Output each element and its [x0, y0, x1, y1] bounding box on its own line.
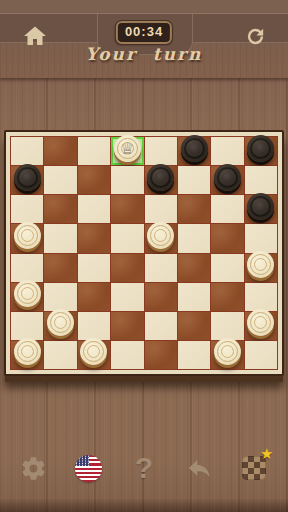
square-r4c1[interactable]	[44, 254, 76, 282]
white-man-piece[interactable]	[147, 222, 174, 249]
black-man-piece[interactable]	[147, 164, 174, 191]
black-man-piece[interactable]	[247, 193, 274, 220]
square-r6c3[interactable]	[111, 312, 143, 340]
square-r6c0[interactable]	[11, 312, 43, 340]
star-icon: ★	[260, 446, 273, 461]
question-mark-icon: ?	[135, 453, 153, 483]
square-r6c5[interactable]	[178, 312, 210, 340]
square-r5c4[interactable]	[145, 283, 177, 311]
square-r7c0[interactable]	[11, 341, 43, 369]
white-king-piece[interactable]: ♕	[114, 135, 141, 162]
square-r2c6[interactable]	[211, 195, 243, 223]
square-r1c1[interactable]	[44, 166, 76, 194]
square-r2c4[interactable]	[145, 195, 177, 223]
app-screen: 00:34 Your turn ♕ ? ★	[0, 0, 288, 512]
undo-arrow-icon	[185, 454, 213, 482]
bottom-shade	[0, 499, 288, 512]
square-r5c6[interactable]	[211, 283, 243, 311]
board-frame: ♕	[4, 130, 284, 376]
header-top-strip	[0, 0, 288, 14]
square-r0c7[interactable]	[245, 137, 277, 165]
us-flag-icon	[75, 455, 102, 482]
square-r0c6[interactable]	[211, 137, 243, 165]
square-r5c7[interactable]	[245, 283, 277, 311]
square-r6c2[interactable]	[78, 312, 110, 340]
white-man-piece[interactable]	[214, 338, 241, 365]
square-r4c5[interactable]	[178, 254, 210, 282]
undo-button[interactable]	[182, 451, 216, 485]
square-r1c7[interactable]	[245, 166, 277, 194]
square-r5c5[interactable]	[178, 283, 210, 311]
gear-icon	[20, 455, 47, 482]
square-r3c1[interactable]	[44, 224, 76, 252]
square-r4c0[interactable]	[11, 254, 43, 282]
square-r2c0[interactable]	[11, 195, 43, 223]
square-r3c6[interactable]	[211, 224, 243, 252]
help-button[interactable]: ?	[127, 451, 161, 485]
turn-status-label: Your turn	[0, 44, 288, 64]
square-r2c5[interactable]	[178, 195, 210, 223]
square-r0c1[interactable]	[44, 137, 76, 165]
header: 00:34 Your turn	[0, 0, 288, 78]
square-r7c4[interactable]	[145, 341, 177, 369]
board-grid: ♕	[10, 136, 278, 370]
square-r1c2[interactable]	[78, 166, 110, 194]
white-man-piece[interactable]	[80, 338, 107, 365]
square-r2c7[interactable]	[245, 195, 277, 223]
square-r7c6[interactable]	[211, 341, 243, 369]
square-r3c2[interactable]	[78, 224, 110, 252]
square-r7c1[interactable]	[44, 341, 76, 369]
white-man-piece[interactable]	[14, 222, 41, 249]
square-r0c4[interactable]	[145, 137, 177, 165]
square-r3c7[interactable]	[245, 224, 277, 252]
square-r2c3[interactable]	[111, 195, 143, 223]
square-r5c0[interactable]	[11, 283, 43, 311]
square-r5c1[interactable]	[44, 283, 76, 311]
square-r3c0[interactable]	[11, 224, 43, 252]
square-r0c5[interactable]	[178, 137, 210, 165]
timer-value: 00:34	[125, 24, 163, 39]
black-man-piece[interactable]	[214, 164, 241, 191]
black-man-piece[interactable]	[14, 164, 41, 191]
black-man-piece[interactable]	[181, 135, 208, 162]
square-r6c6[interactable]	[211, 312, 243, 340]
square-r6c7[interactable]	[245, 312, 277, 340]
square-r4c2[interactable]	[78, 254, 110, 282]
square-r3c5[interactable]	[178, 224, 210, 252]
square-r7c7[interactable]	[245, 341, 277, 369]
square-r4c3[interactable]	[111, 254, 143, 282]
white-man-piece[interactable]	[14, 338, 41, 365]
white-man-piece[interactable]	[247, 309, 274, 336]
square-r6c4[interactable]	[145, 312, 177, 340]
new-game-button[interactable]: ★	[237, 451, 271, 485]
square-r5c3[interactable]	[111, 283, 143, 311]
square-r0c3[interactable]: ♕	[111, 137, 143, 165]
timer-display: 00:34	[116, 21, 172, 44]
square-r6c1[interactable]	[44, 312, 76, 340]
square-r2c1[interactable]	[44, 195, 76, 223]
square-r0c2[interactable]	[78, 137, 110, 165]
square-r2c2[interactable]	[78, 195, 110, 223]
square-r1c0[interactable]	[11, 166, 43, 194]
black-man-piece[interactable]	[247, 135, 274, 162]
crown-icon: ♕	[114, 135, 141, 162]
square-r1c3[interactable]	[111, 166, 143, 194]
checkerboard-icon: ★	[242, 456, 266, 480]
white-man-piece[interactable]	[47, 309, 74, 336]
toolbar: ? ★	[0, 448, 288, 488]
square-r0c0[interactable]	[11, 137, 43, 165]
square-r3c4[interactable]	[145, 224, 177, 252]
square-r3c3[interactable]	[111, 224, 143, 252]
square-r4c7[interactable]	[245, 254, 277, 282]
square-r7c3[interactable]	[111, 341, 143, 369]
settings-button[interactable]	[17, 451, 51, 485]
square-r5c2[interactable]	[78, 283, 110, 311]
square-r7c5[interactable]	[178, 341, 210, 369]
white-man-piece[interactable]	[247, 251, 274, 278]
square-r1c5[interactable]	[178, 166, 210, 194]
square-r7c2[interactable]	[78, 341, 110, 369]
square-r1c6[interactable]	[211, 166, 243, 194]
square-r1c4[interactable]	[145, 166, 177, 194]
language-button[interactable]	[72, 451, 106, 485]
white-man-piece[interactable]	[14, 280, 41, 307]
square-r4c6[interactable]	[211, 254, 243, 282]
square-r4c4[interactable]	[145, 254, 177, 282]
